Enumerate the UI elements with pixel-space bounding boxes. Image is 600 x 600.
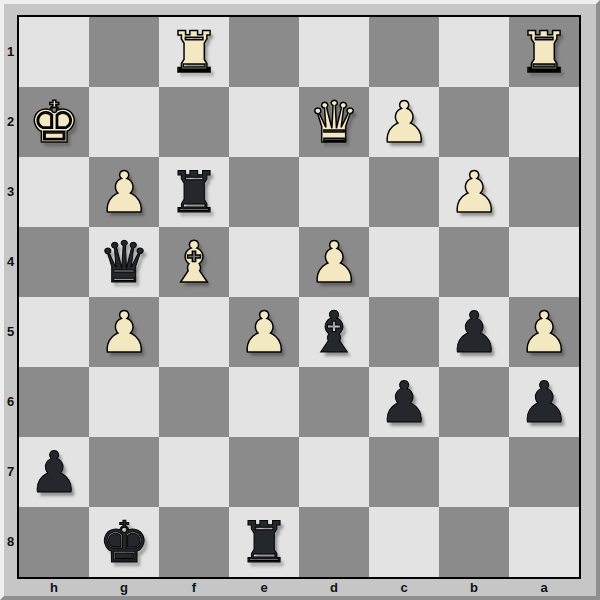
square-e3[interactable] xyxy=(229,157,299,227)
square-a7[interactable] xyxy=(509,437,579,507)
rank-label-7: 7 xyxy=(4,437,17,507)
square-b4[interactable] xyxy=(439,227,509,297)
square-d3[interactable] xyxy=(299,157,369,227)
square-a4[interactable] xyxy=(509,227,579,297)
square-g1[interactable] xyxy=(89,17,159,87)
square-f7[interactable] xyxy=(159,437,229,507)
square-a5[interactable]: ♟ xyxy=(509,297,579,367)
square-g3[interactable]: ♟ xyxy=(89,157,159,227)
square-d6[interactable] xyxy=(299,367,369,437)
square-g7[interactable] xyxy=(89,437,159,507)
square-g5[interactable]: ♟ xyxy=(89,297,159,367)
square-h7[interactable]: ♟ xyxy=(19,437,89,507)
piece-black-queen[interactable]: ♛ xyxy=(98,227,149,297)
rank-label-8: 8 xyxy=(4,507,17,577)
file-label-g: g xyxy=(89,579,159,597)
square-b2[interactable] xyxy=(439,87,509,157)
square-c6[interactable]: ♟ xyxy=(369,367,439,437)
square-c1[interactable] xyxy=(369,17,439,87)
square-b6[interactable] xyxy=(439,367,509,437)
square-f8[interactable] xyxy=(159,507,229,577)
square-c5[interactable] xyxy=(369,297,439,367)
square-f3[interactable]: ♜ xyxy=(159,157,229,227)
square-f1[interactable]: ♜ xyxy=(159,17,229,87)
rank-label-6: 6 xyxy=(4,367,17,437)
square-d2[interactable]: ♛ xyxy=(299,87,369,157)
piece-black-rook[interactable]: ♜ xyxy=(168,157,219,227)
square-c7[interactable] xyxy=(369,437,439,507)
piece-white-rook[interactable]: ♜ xyxy=(518,17,569,87)
square-e2[interactable] xyxy=(229,87,299,157)
square-e6[interactable] xyxy=(229,367,299,437)
square-f5[interactable] xyxy=(159,297,229,367)
square-b8[interactable] xyxy=(439,507,509,577)
piece-white-pawn[interactable]: ♟ xyxy=(308,227,359,297)
square-g2[interactable] xyxy=(89,87,159,157)
square-b5[interactable]: ♟ xyxy=(439,297,509,367)
rank-label-4: 4 xyxy=(4,227,17,297)
square-f6[interactable] xyxy=(159,367,229,437)
file-label-e: e xyxy=(229,579,299,597)
piece-black-rook[interactable]: ♜ xyxy=(238,507,289,577)
rank-label-1: 1 xyxy=(4,17,17,87)
file-label-b: b xyxy=(439,579,509,597)
rank-label-5: 5 xyxy=(4,297,17,367)
square-h2[interactable]: ♚ xyxy=(19,87,89,157)
chess-board[interactable]: ♜♜♚♛♟♟♜♟♛♝♟♟♟♝♟♟♟♟♟♚♜ xyxy=(17,15,581,579)
square-c2[interactable]: ♟ xyxy=(369,87,439,157)
square-g8[interactable]: ♚ xyxy=(89,507,159,577)
square-f4[interactable]: ♝ xyxy=(159,227,229,297)
square-e8[interactable]: ♜ xyxy=(229,507,299,577)
file-label-a: a xyxy=(509,579,579,597)
square-b3[interactable]: ♟ xyxy=(439,157,509,227)
square-f2[interactable] xyxy=(159,87,229,157)
square-h8[interactable] xyxy=(19,507,89,577)
piece-white-pawn[interactable]: ♟ xyxy=(378,87,429,157)
square-e1[interactable] xyxy=(229,17,299,87)
file-label-d: d xyxy=(299,579,369,597)
square-d8[interactable] xyxy=(299,507,369,577)
file-label-h: h xyxy=(19,579,89,597)
square-e7[interactable] xyxy=(229,437,299,507)
square-h3[interactable] xyxy=(19,157,89,227)
square-d7[interactable] xyxy=(299,437,369,507)
piece-white-queen[interactable]: ♛ xyxy=(308,87,359,157)
square-h1[interactable] xyxy=(19,17,89,87)
piece-white-rook[interactable]: ♜ xyxy=(168,17,219,87)
piece-white-pawn[interactable]: ♟ xyxy=(448,157,499,227)
chessboard-frame: 12345678 ♜♜♚♛♟♟♜♟♛♝♟♟♟♝♟♟♟♟♟♚♜ hgfedcba xyxy=(0,0,600,600)
piece-white-pawn[interactable]: ♟ xyxy=(518,297,569,367)
square-e5[interactable]: ♟ xyxy=(229,297,299,367)
square-b7[interactable] xyxy=(439,437,509,507)
file-label-c: c xyxy=(369,579,439,597)
piece-black-pawn[interactable]: ♟ xyxy=(28,437,79,507)
square-d5[interactable]: ♝ xyxy=(299,297,369,367)
square-c4[interactable] xyxy=(369,227,439,297)
square-d1[interactable] xyxy=(299,17,369,87)
piece-black-pawn[interactable]: ♟ xyxy=(518,367,569,437)
piece-white-king[interactable]: ♚ xyxy=(28,87,79,157)
piece-white-pawn[interactable]: ♟ xyxy=(98,157,149,227)
rank-labels: 12345678 xyxy=(4,17,17,577)
square-a2[interactable] xyxy=(509,87,579,157)
piece-white-bishop[interactable]: ♝ xyxy=(168,227,219,297)
file-label-f: f xyxy=(159,579,229,597)
piece-black-king[interactable]: ♚ xyxy=(98,507,149,577)
rank-label-2: 2 xyxy=(4,87,17,157)
square-d4[interactable]: ♟ xyxy=(299,227,369,297)
square-b1[interactable] xyxy=(439,17,509,87)
square-g4[interactable]: ♛ xyxy=(89,227,159,297)
rank-label-3: 3 xyxy=(4,157,17,227)
square-h5[interactable] xyxy=(19,297,89,367)
piece-white-pawn[interactable]: ♟ xyxy=(98,297,149,367)
piece-black-pawn[interactable]: ♟ xyxy=(448,297,499,367)
square-g6[interactable] xyxy=(89,367,159,437)
square-c3[interactable] xyxy=(369,157,439,227)
square-h4[interactable] xyxy=(19,227,89,297)
square-h6[interactable] xyxy=(19,367,89,437)
square-a6[interactable]: ♟ xyxy=(509,367,579,437)
square-a1[interactable]: ♜ xyxy=(509,17,579,87)
piece-white-pawn[interactable]: ♟ xyxy=(238,297,289,367)
piece-black-pawn[interactable]: ♟ xyxy=(378,367,429,437)
square-a8[interactable] xyxy=(509,507,579,577)
square-e4[interactable] xyxy=(229,227,299,297)
file-labels: hgfedcba xyxy=(19,579,579,597)
square-a3[interactable] xyxy=(509,157,579,227)
square-c8[interactable] xyxy=(369,507,439,577)
piece-black-bishop[interactable]: ♝ xyxy=(308,297,359,367)
